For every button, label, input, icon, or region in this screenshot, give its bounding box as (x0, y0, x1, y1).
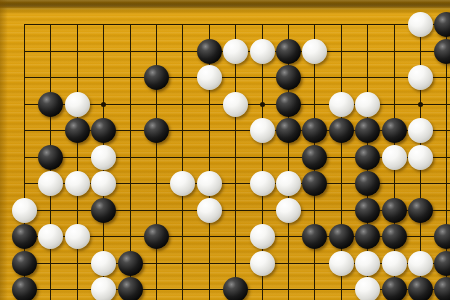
black-stone (223, 277, 248, 300)
black-stone (197, 39, 222, 64)
star-point (418, 102, 423, 107)
white-stone (302, 39, 327, 64)
white-stone (250, 251, 275, 276)
white-stone (197, 171, 222, 196)
white-stone (382, 251, 407, 276)
white-stone (91, 251, 116, 276)
star-point (101, 102, 106, 107)
white-stone (355, 251, 380, 276)
white-stone (250, 171, 275, 196)
board-vertical-line (77, 24, 78, 300)
black-stone (144, 65, 169, 90)
black-stone (434, 224, 450, 249)
white-stone (250, 39, 275, 64)
white-stone (408, 118, 433, 143)
black-stone (302, 145, 327, 170)
white-stone (223, 39, 248, 64)
black-stone (12, 224, 37, 249)
white-stone (197, 65, 222, 90)
black-stone (91, 118, 116, 143)
white-stone (250, 118, 275, 143)
white-stone (12, 198, 37, 223)
board-horizontal-line (24, 77, 450, 78)
white-stone (65, 92, 90, 117)
black-stone (38, 145, 63, 170)
black-stone (91, 198, 116, 223)
white-stone (329, 92, 354, 117)
black-stone (12, 251, 37, 276)
white-stone (38, 171, 63, 196)
white-stone (91, 277, 116, 300)
white-stone (91, 171, 116, 196)
white-stone (408, 12, 433, 37)
black-stone (329, 224, 354, 249)
board-vertical-line (235, 24, 236, 300)
white-stone (276, 198, 301, 223)
black-stone (276, 118, 301, 143)
white-stone (197, 198, 222, 223)
black-stone (302, 118, 327, 143)
white-stone (250, 224, 275, 249)
white-stone (382, 145, 407, 170)
black-stone (144, 224, 169, 249)
white-stone (65, 224, 90, 249)
black-stone (355, 118, 380, 143)
black-stone (276, 39, 301, 64)
black-stone (144, 118, 169, 143)
white-stone (355, 277, 380, 300)
black-stone (382, 198, 407, 223)
black-stone (434, 251, 450, 276)
white-stone (408, 145, 433, 170)
white-stone (408, 65, 433, 90)
white-stone (408, 251, 433, 276)
black-stone (118, 251, 143, 276)
black-stone (329, 118, 354, 143)
white-stone (38, 224, 63, 249)
white-stone (65, 171, 90, 196)
black-stone (355, 224, 380, 249)
black-stone (302, 224, 327, 249)
white-stone (276, 171, 301, 196)
black-stone (302, 171, 327, 196)
white-stone (355, 92, 380, 117)
white-stone (170, 171, 195, 196)
star-point (260, 102, 265, 107)
black-stone (355, 171, 380, 196)
black-stone (118, 277, 143, 300)
black-stone (38, 92, 63, 117)
black-stone (408, 277, 433, 300)
black-stone (382, 224, 407, 249)
go-board[interactable] (0, 0, 450, 300)
white-stone (223, 92, 248, 117)
black-stone (382, 118, 407, 143)
black-stone (408, 198, 433, 223)
black-stone (355, 198, 380, 223)
black-stone (12, 277, 37, 300)
white-stone (91, 145, 116, 170)
white-stone (329, 251, 354, 276)
black-stone (434, 277, 450, 300)
black-stone (65, 118, 90, 143)
black-stone (276, 65, 301, 90)
black-stone (276, 92, 301, 117)
black-stone (355, 145, 380, 170)
black-stone (434, 39, 450, 64)
black-stone (382, 277, 407, 300)
black-stone (434, 12, 450, 37)
board-vertical-line (182, 24, 183, 300)
board-horizontal-line (24, 24, 450, 25)
